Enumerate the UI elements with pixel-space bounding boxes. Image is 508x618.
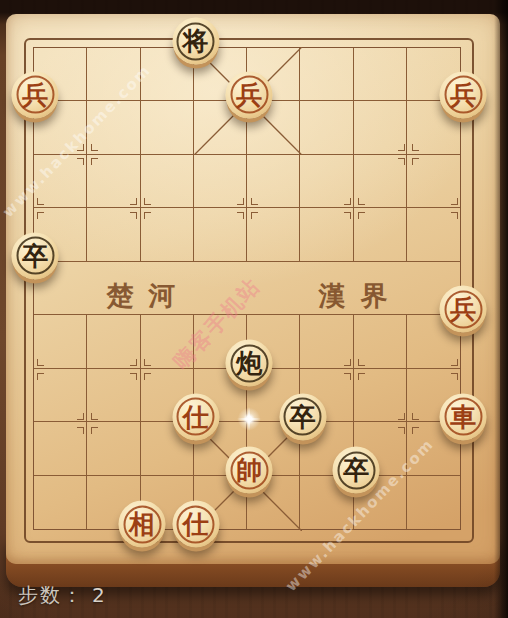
piece-glyph: 卒	[290, 403, 316, 429]
grid-cell	[407, 476, 460, 529]
piece-red-soldier[interactable]: 兵	[440, 286, 487, 333]
grid-cell	[87, 369, 140, 422]
grid-cell	[354, 315, 407, 368]
piece-glyph: 将	[183, 28, 209, 54]
grid-cell	[87, 315, 140, 368]
grid-cell	[141, 101, 194, 154]
river-label-right: 漢界	[304, 278, 403, 314]
grid-cell	[354, 101, 407, 154]
grid-cell	[247, 262, 300, 315]
piece-glyph: 兵	[236, 81, 262, 107]
piece-ring: 兵	[444, 76, 482, 114]
piece-glyph: 炮	[236, 350, 262, 376]
piece-glyph: 仕	[183, 403, 209, 429]
piece-glyph: 仕	[183, 511, 209, 537]
move-counter: 步数：2	[18, 582, 107, 609]
grid-cell	[300, 208, 353, 261]
piece-black-general[interactable]: 将	[172, 18, 219, 65]
piece-glyph: 帥	[236, 457, 262, 483]
grid-cell	[141, 315, 194, 368]
move-counter-value: 2	[92, 583, 107, 607]
grid-cell	[34, 369, 87, 422]
grid-cell	[247, 155, 300, 208]
grid-cell	[300, 155, 353, 208]
grid-cell	[354, 48, 407, 101]
grid-cell	[354, 208, 407, 261]
piece-red-advisor[interactable]: 仕	[172, 393, 219, 440]
grid-cell	[194, 155, 247, 208]
screen-right-shadow	[494, 0, 508, 618]
grid-cell	[247, 208, 300, 261]
grid-cell	[407, 155, 460, 208]
grid-cell	[354, 155, 407, 208]
piece-ring: 兵	[230, 76, 268, 114]
piece-glyph: 兵	[450, 296, 476, 322]
grid-cell	[194, 262, 247, 315]
game-screen: 楚河 漢界 将兵兵兵卒兵炮仕卒車帥卒相仕 www.hackhome.com嗨客手…	[0, 0, 508, 618]
grid-cell	[34, 315, 87, 368]
grid-cell	[87, 208, 140, 261]
piece-glyph: 卒	[22, 242, 48, 268]
piece-red-general[interactable]: 帥	[226, 447, 273, 494]
grid-cell	[34, 422, 87, 475]
piece-ring: 車	[444, 398, 482, 436]
piece-glyph: 兵	[450, 81, 476, 107]
piece-ring: 将	[177, 22, 215, 60]
piece-red-soldier[interactable]: 兵	[12, 71, 59, 118]
piece-ring: 兵	[444, 290, 482, 328]
piece-ring: 相	[123, 505, 161, 543]
piece-ring: 卒	[16, 237, 54, 275]
grid-cell	[87, 155, 140, 208]
piece-black-soldier[interactable]: 卒	[12, 232, 59, 279]
grid-cell	[141, 208, 194, 261]
piece-ring: 仕	[177, 505, 215, 543]
move-counter-label: 步数：	[18, 583, 84, 607]
piece-ring: 仕	[177, 398, 215, 436]
river-label-left: 楚河	[92, 278, 191, 314]
grid-cell	[354, 369, 407, 422]
piece-red-chariot[interactable]: 車	[440, 393, 487, 440]
piece-glyph: 相	[129, 511, 155, 537]
piece-black-soldier[interactable]: 卒	[333, 447, 380, 494]
piece-red-advisor[interactable]: 仕	[172, 501, 219, 548]
grid-cell	[300, 48, 353, 101]
piece-ring: 兵	[16, 76, 54, 114]
piece-ring: 卒	[337, 451, 375, 489]
grid-cell	[300, 315, 353, 368]
piece-red-elephant[interactable]: 相	[119, 501, 166, 548]
grid-cell	[34, 476, 87, 529]
piece-black-cannon[interactable]: 炮	[226, 340, 273, 387]
grid-cell	[194, 208, 247, 261]
grid-cell	[141, 155, 194, 208]
grid-cell	[87, 101, 140, 154]
piece-ring: 卒	[284, 398, 322, 436]
piece-ring: 帥	[230, 451, 268, 489]
grid-cell	[407, 208, 460, 261]
grid-cell	[87, 422, 140, 475]
grid-cell	[87, 48, 140, 101]
grid-cell	[34, 155, 87, 208]
piece-glyph: 兵	[22, 81, 48, 107]
piece-ring: 炮	[230, 344, 268, 382]
piece-glyph: 卒	[343, 457, 369, 483]
piece-black-soldier[interactable]: 卒	[279, 393, 326, 440]
grid-cell	[300, 101, 353, 154]
piece-glyph: 車	[450, 403, 476, 429]
piece-red-soldier[interactable]: 兵	[226, 71, 273, 118]
piece-red-soldier[interactable]: 兵	[440, 71, 487, 118]
